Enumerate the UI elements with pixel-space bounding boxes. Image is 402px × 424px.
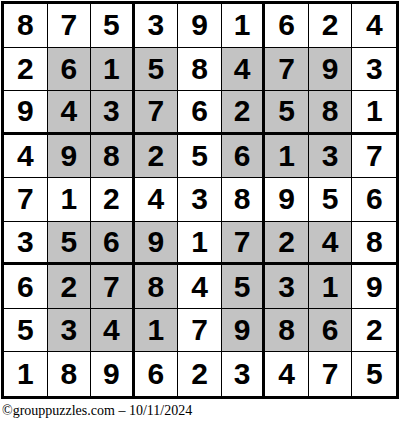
cell-r2c6[interactable]: 4 bbox=[222, 48, 266, 92]
cell-r1c9[interactable]: 4 bbox=[352, 4, 396, 48]
cell-r8c4[interactable]: 1 bbox=[135, 309, 179, 353]
cell-r3c2[interactable]: 4 bbox=[48, 91, 92, 135]
cell-r7c1[interactable]: 6 bbox=[4, 265, 48, 309]
cell-r8c9[interactable]: 2 bbox=[352, 309, 396, 353]
cell-r5c5[interactable]: 3 bbox=[178, 178, 222, 222]
cell-r4c6[interactable]: 6 bbox=[222, 135, 266, 179]
cell-r2c8[interactable]: 9 bbox=[309, 48, 353, 92]
cell-r8c8[interactable]: 6 bbox=[309, 309, 353, 353]
copyright-credit: ©grouppuzzles.com – 10/11/2024 bbox=[2, 403, 192, 419]
cell-r4c8[interactable]: 3 bbox=[309, 135, 353, 179]
cell-r8c6[interactable]: 9 bbox=[222, 309, 266, 353]
cell-r3c9[interactable]: 1 bbox=[352, 91, 396, 135]
cell-r7c6[interactable]: 5 bbox=[222, 265, 266, 309]
cell-r1c3[interactable]: 5 bbox=[91, 4, 135, 48]
cell-r4c5[interactable]: 5 bbox=[178, 135, 222, 179]
cell-r9c3[interactable]: 9 bbox=[91, 352, 135, 396]
cell-r5c3[interactable]: 2 bbox=[91, 178, 135, 222]
cell-r6c7[interactable]: 2 bbox=[265, 222, 309, 266]
cell-r1c7[interactable]: 6 bbox=[265, 4, 309, 48]
cell-r7c7[interactable]: 3 bbox=[265, 265, 309, 309]
cell-r2c4[interactable]: 5 bbox=[135, 48, 179, 92]
cell-r2c3[interactable]: 1 bbox=[91, 48, 135, 92]
cell-r5c9[interactable]: 6 bbox=[352, 178, 396, 222]
cell-r4c3[interactable]: 8 bbox=[91, 135, 135, 179]
cell-r8c3[interactable]: 4 bbox=[91, 309, 135, 353]
cell-r5c4[interactable]: 4 bbox=[135, 178, 179, 222]
cell-r8c7[interactable]: 8 bbox=[265, 309, 309, 353]
cell-r5c2[interactable]: 1 bbox=[48, 178, 92, 222]
cell-r6c4[interactable]: 9 bbox=[135, 222, 179, 266]
cell-r8c5[interactable]: 7 bbox=[178, 309, 222, 353]
cell-r6c9[interactable]: 8 bbox=[352, 222, 396, 266]
cell-r5c1[interactable]: 7 bbox=[4, 178, 48, 222]
cell-r4c2[interactable]: 9 bbox=[48, 135, 92, 179]
cell-r4c9[interactable]: 7 bbox=[352, 135, 396, 179]
cell-r7c5[interactable]: 4 bbox=[178, 265, 222, 309]
cell-r3c1[interactable]: 9 bbox=[4, 91, 48, 135]
cell-r1c8[interactable]: 2 bbox=[309, 4, 353, 48]
cell-r9c4[interactable]: 6 bbox=[135, 352, 179, 396]
cell-r4c1[interactable]: 4 bbox=[4, 135, 48, 179]
cell-r4c7[interactable]: 1 bbox=[265, 135, 309, 179]
cell-r1c4[interactable]: 3 bbox=[135, 4, 179, 48]
cell-r7c3[interactable]: 7 bbox=[91, 265, 135, 309]
cell-r1c5[interactable]: 9 bbox=[178, 4, 222, 48]
cell-r7c8[interactable]: 1 bbox=[309, 265, 353, 309]
cell-r9c1[interactable]: 1 bbox=[4, 352, 48, 396]
cell-r1c6[interactable]: 1 bbox=[222, 4, 266, 48]
cell-r2c1[interactable]: 2 bbox=[4, 48, 48, 92]
cell-r9c9[interactable]: 5 bbox=[352, 352, 396, 396]
cell-r3c3[interactable]: 3 bbox=[91, 91, 135, 135]
cell-r9c2[interactable]: 8 bbox=[48, 352, 92, 396]
cell-r3c8[interactable]: 8 bbox=[309, 91, 353, 135]
cell-r9c6[interactable]: 3 bbox=[222, 352, 266, 396]
cell-r5c7[interactable]: 9 bbox=[265, 178, 309, 222]
cell-r6c1[interactable]: 3 bbox=[4, 222, 48, 266]
cell-r2c2[interactable]: 6 bbox=[48, 48, 92, 92]
cell-r7c4[interactable]: 8 bbox=[135, 265, 179, 309]
cell-r6c8[interactable]: 4 bbox=[309, 222, 353, 266]
cell-r1c1[interactable]: 8 bbox=[4, 4, 48, 48]
cell-r2c5[interactable]: 8 bbox=[178, 48, 222, 92]
cell-r8c2[interactable]: 3 bbox=[48, 309, 92, 353]
cell-r6c3[interactable]: 6 bbox=[91, 222, 135, 266]
cell-r2c9[interactable]: 3 bbox=[352, 48, 396, 92]
cell-r3c6[interactable]: 2 bbox=[222, 91, 266, 135]
cell-r6c2[interactable]: 5 bbox=[48, 222, 92, 266]
cell-r9c5[interactable]: 2 bbox=[178, 352, 222, 396]
cell-r3c5[interactable]: 6 bbox=[178, 91, 222, 135]
cell-r2c7[interactable]: 7 bbox=[265, 48, 309, 92]
cell-r3c4[interactable]: 7 bbox=[135, 91, 179, 135]
cell-r9c7[interactable]: 4 bbox=[265, 352, 309, 396]
cell-r6c5[interactable]: 1 bbox=[178, 222, 222, 266]
cell-r3c7[interactable]: 5 bbox=[265, 91, 309, 135]
cell-r4c4[interactable]: 2 bbox=[135, 135, 179, 179]
cell-r1c2[interactable]: 7 bbox=[48, 4, 92, 48]
cell-r5c8[interactable]: 5 bbox=[309, 178, 353, 222]
sudoku-board: 8753916242615847939437625814982561377124… bbox=[1, 1, 399, 399]
cell-r5c6[interactable]: 8 bbox=[222, 178, 266, 222]
cell-r7c2[interactable]: 2 bbox=[48, 265, 92, 309]
cell-r7c9[interactable]: 9 bbox=[352, 265, 396, 309]
cell-r6c6[interactable]: 7 bbox=[222, 222, 266, 266]
cell-r8c1[interactable]: 5 bbox=[4, 309, 48, 353]
cell-r9c8[interactable]: 7 bbox=[309, 352, 353, 396]
